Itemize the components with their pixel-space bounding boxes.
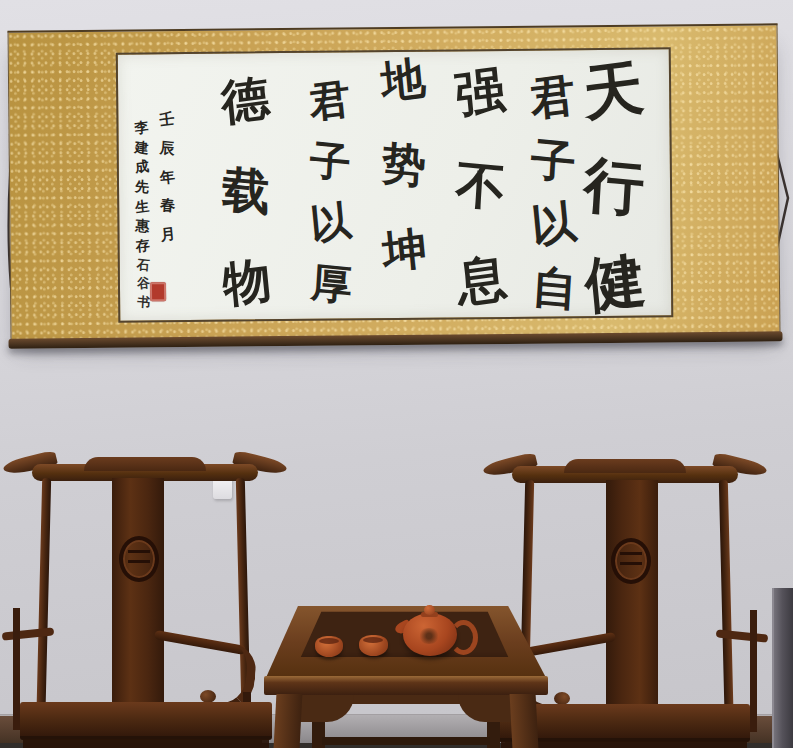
table-stretcher <box>322 737 490 745</box>
teacup <box>359 635 388 656</box>
teapot-marking <box>418 628 440 644</box>
chair-crest-center <box>564 459 686 473</box>
chair-rear-post <box>36 478 51 740</box>
table-top-edge <box>264 676 548 695</box>
chair-outer-post <box>750 610 757 732</box>
calligraphy-column-4: 地 势 坤 <box>373 58 435 273</box>
calligraphy-scroll: 天 行 健 君 子 以 自 强 不 息 地 势 坤 君 子 <box>8 23 781 340</box>
scroll-bottom-roller <box>8 331 782 348</box>
table-leg-front <box>274 694 303 748</box>
calligraphy-column-3: 强 不 息 <box>448 67 514 306</box>
table-apron-curve <box>300 695 354 722</box>
teapot-lid-knob <box>424 605 435 615</box>
chair-rear-post <box>719 480 734 742</box>
chair-seat <box>20 702 272 740</box>
inscription-dedication-column: 李 建 成 先 生 惠 存 石 谷 书 <box>129 120 155 308</box>
left-armchair <box>2 450 290 748</box>
calligraphy-column-6: 德 载 物 <box>215 75 277 306</box>
calligraphy-column-2: 君 子 以 自 <box>520 74 586 311</box>
calligraphy-paper: 天 行 健 君 子 以 自 强 不 息 地 势 坤 君 子 <box>116 47 674 322</box>
chair-carved-medallion <box>611 538 651 584</box>
calligraphy-column-5: 君 子 以 厚 <box>300 80 360 305</box>
furniture-edge-right <box>772 588 793 748</box>
table-leg-front <box>510 694 539 748</box>
chair-outer-post <box>13 608 20 730</box>
chair-seat-frame <box>23 739 269 748</box>
room-photo: 天 行 健 君 子 以 自 强 不 息 地 势 坤 君 子 <box>0 0 793 748</box>
inscription-date-column: 壬 辰 年 春 月 <box>156 112 177 242</box>
chair-back-splat <box>606 480 658 742</box>
chair-carved-medallion <box>119 536 159 582</box>
teacup <box>315 636 343 657</box>
chair-crest-center <box>84 457 206 471</box>
table-apron-curve <box>458 695 512 722</box>
chair-back-splat <box>112 478 164 740</box>
artist-seal <box>150 282 166 301</box>
